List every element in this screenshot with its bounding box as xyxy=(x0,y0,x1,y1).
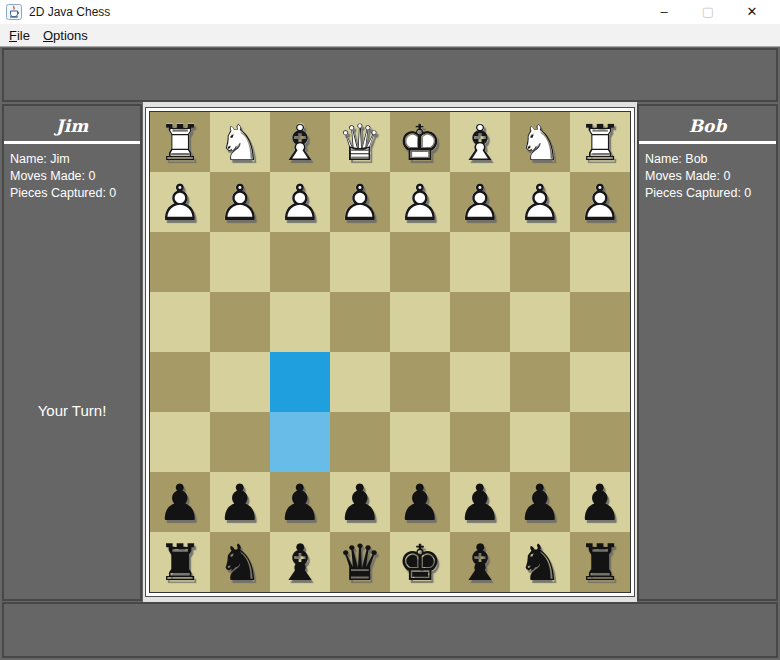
square-r0c4[interactable]: ♚♔ xyxy=(390,112,450,172)
piece-bP: ♟ xyxy=(510,472,570,532)
square-r3c7[interactable] xyxy=(570,292,630,352)
piece-wP: ♟♙ xyxy=(570,172,630,232)
top-strip-panel xyxy=(2,48,778,102)
square-r7c0[interactable]: ♜ xyxy=(150,532,210,592)
square-r5c7[interactable] xyxy=(570,412,630,472)
square-r3c3[interactable] xyxy=(330,292,390,352)
square-r1c3[interactable]: ♟♙ xyxy=(330,172,390,232)
minimize-button[interactable]: – xyxy=(642,0,686,24)
square-r7c2[interactable]: ♝ xyxy=(270,532,330,592)
close-button[interactable]: ✕ xyxy=(730,0,774,24)
square-r0c2[interactable]: ♝♗ xyxy=(270,112,330,172)
square-r0c5[interactable]: ♝♗ xyxy=(450,112,510,172)
piece-wP: ♟♙ xyxy=(450,172,510,232)
piece-wB: ♝♗ xyxy=(450,112,510,172)
chess-board: ♜♖♞♘♝♗♛♕♚♔♝♗♞♘♜♖♟♙♟♙♟♙♟♙♟♙♟♙♟♙♟♙♟♟♟♟♟♟♟♟… xyxy=(149,111,631,593)
highlighted-square-c5[interactable] xyxy=(270,352,330,412)
square-r7c7[interactable]: ♜ xyxy=(570,532,630,592)
square-r3c0[interactable] xyxy=(150,292,210,352)
square-r2c4[interactable] xyxy=(390,232,450,292)
square-r4c3[interactable] xyxy=(330,352,390,412)
piece-wB: ♝♗ xyxy=(270,112,330,172)
piece-bQ: ♛ xyxy=(330,532,390,592)
square-r0c1[interactable]: ♞♘ xyxy=(210,112,270,172)
window-controls: – ▢ ✕ xyxy=(642,0,774,24)
piece-bR: ♜ xyxy=(150,532,210,592)
square-r5c4[interactable] xyxy=(390,412,450,472)
square-r6c3[interactable]: ♟ xyxy=(330,472,390,532)
piece-bN: ♞ xyxy=(510,532,570,592)
menu-options[interactable]: Options xyxy=(43,28,88,43)
square-r6c2[interactable]: ♟ xyxy=(270,472,330,532)
pieces-captured-stat: Pieces Captured: 0 xyxy=(10,185,140,202)
square-r7c3[interactable]: ♛ xyxy=(330,532,390,592)
square-r3c4[interactable] xyxy=(390,292,450,352)
piece-bP: ♟ xyxy=(570,472,630,532)
square-r2c7[interactable] xyxy=(570,232,630,292)
piece-wQ: ♛♕ xyxy=(330,112,390,172)
square-r3c6[interactable] xyxy=(510,292,570,352)
moves-made-stat: Moves Made: 0 xyxy=(10,168,140,185)
square-r6c0[interactable]: ♟ xyxy=(150,472,210,532)
square-r1c4[interactable]: ♟♙ xyxy=(390,172,450,232)
piece-wP: ♟♙ xyxy=(390,172,450,232)
square-r3c1[interactable] xyxy=(210,292,270,352)
square-r0c7[interactable]: ♜♖ xyxy=(570,112,630,172)
highlighted-square-c6[interactable] xyxy=(270,412,330,472)
piece-bP: ♟ xyxy=(150,472,210,532)
pieces-captured-stat: Pieces Captured: 0 xyxy=(645,185,776,202)
square-r2c6[interactable] xyxy=(510,232,570,292)
square-r5c0[interactable] xyxy=(150,412,210,472)
square-r1c2[interactable]: ♟♙ xyxy=(270,172,330,232)
square-r4c4[interactable] xyxy=(390,352,450,412)
piece-wR: ♜♖ xyxy=(150,112,210,172)
menu-file[interactable]: File xyxy=(9,28,30,43)
piece-bP: ♟ xyxy=(270,472,330,532)
square-r2c3[interactable] xyxy=(330,232,390,292)
player-name-heading: Jim xyxy=(4,116,140,136)
titlebar: 2D Java Chess – ▢ ✕ xyxy=(0,0,780,24)
square-r1c6[interactable]: ♟♙ xyxy=(510,172,570,232)
square-r4c5[interactable] xyxy=(450,352,510,412)
piece-bB: ♝ xyxy=(270,532,330,592)
piece-bR: ♜ xyxy=(570,532,630,592)
player-panel-bob: Bob Name: Bob Moves Made: 0 Pieces Captu… xyxy=(637,104,778,601)
square-r4c0[interactable] xyxy=(150,352,210,412)
square-r6c4[interactable]: ♟ xyxy=(390,472,450,532)
window-title: 2D Java Chess xyxy=(29,5,110,19)
piece-wP: ♟♙ xyxy=(330,172,390,232)
square-r3c5[interactable] xyxy=(450,292,510,352)
piece-bP: ♟ xyxy=(450,472,510,532)
square-r2c2[interactable] xyxy=(270,232,330,292)
header-underline xyxy=(4,141,140,144)
square-r1c0[interactable]: ♟♙ xyxy=(150,172,210,232)
square-r5c1[interactable] xyxy=(210,412,270,472)
piece-bN: ♞ xyxy=(210,532,270,592)
square-r1c5[interactable]: ♟♙ xyxy=(450,172,510,232)
piece-bK: ♚ xyxy=(390,532,450,592)
piece-wP: ♟♙ xyxy=(210,172,270,232)
square-r7c6[interactable]: ♞ xyxy=(510,532,570,592)
square-r0c3[interactable]: ♛♕ xyxy=(330,112,390,172)
square-r0c0[interactable]: ♜♖ xyxy=(150,112,210,172)
square-r2c0[interactable] xyxy=(150,232,210,292)
piece-wP: ♟♙ xyxy=(150,172,210,232)
square-r6c7[interactable]: ♟ xyxy=(570,472,630,532)
player-name-stat: Name: Bob xyxy=(645,151,776,168)
square-r6c1[interactable]: ♟ xyxy=(210,472,270,532)
square-r4c1[interactable] xyxy=(210,352,270,412)
app-window: { "window": { "title": "2D Java Chess", … xyxy=(0,0,780,660)
square-r4c6[interactable] xyxy=(510,352,570,412)
piece-wN: ♞♘ xyxy=(210,112,270,172)
piece-bB: ♝ xyxy=(450,532,510,592)
piece-bP: ♟ xyxy=(390,472,450,532)
player-name-heading: Bob xyxy=(639,116,776,136)
piece-wK: ♚♔ xyxy=(390,112,450,172)
square-r1c1[interactable]: ♟♙ xyxy=(210,172,270,232)
board-frame: ♜♖♞♘♝♗♛♕♚♔♝♗♞♘♜♖♟♙♟♙♟♙♟♙♟♙♟♙♟♙♟♙♟♟♟♟♟♟♟♟… xyxy=(145,107,635,597)
turn-indicator: Your Turn! xyxy=(4,402,140,419)
maximize-button[interactable]: ▢ xyxy=(686,0,730,24)
square-r7c1[interactable]: ♞ xyxy=(210,532,270,592)
moves-made-stat: Moves Made: 0 xyxy=(645,168,776,185)
square-r2c1[interactable] xyxy=(210,232,270,292)
piece-bP: ♟ xyxy=(330,472,390,532)
square-r5c5[interactable] xyxy=(450,412,510,472)
square-r4c7[interactable] xyxy=(570,352,630,412)
piece-wP: ♟♙ xyxy=(510,172,570,232)
piece-wP: ♟♙ xyxy=(270,172,330,232)
piece-wR: ♜♖ xyxy=(570,112,630,172)
bottom-strip-panel xyxy=(2,602,778,658)
square-r5c3[interactable] xyxy=(330,412,390,472)
square-r3c2[interactable] xyxy=(270,292,330,352)
square-r7c5[interactable]: ♝ xyxy=(450,532,510,592)
menubar: File Options xyxy=(0,24,780,47)
square-r5c6[interactable] xyxy=(510,412,570,472)
square-r7c4[interactable]: ♚ xyxy=(390,532,450,592)
java-cup-icon xyxy=(6,4,22,20)
square-r6c6[interactable]: ♟ xyxy=(510,472,570,532)
square-r1c7[interactable]: ♟♙ xyxy=(570,172,630,232)
square-r2c5[interactable] xyxy=(450,232,510,292)
player-panel-jim: Jim Name: Jim Moves Made: 0 Pieces Captu… xyxy=(2,104,142,601)
header-underline xyxy=(639,141,776,144)
player-name-stat: Name: Jim xyxy=(10,151,140,168)
piece-wN: ♞♘ xyxy=(510,112,570,172)
square-r6c5[interactable]: ♟ xyxy=(450,472,510,532)
piece-bP: ♟ xyxy=(210,472,270,532)
square-r0c6[interactable]: ♞♘ xyxy=(510,112,570,172)
